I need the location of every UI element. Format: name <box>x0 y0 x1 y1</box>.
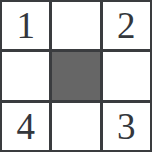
puzzle-grid: 1243 <box>0 0 152 152</box>
grid-cell-r1c1[interactable] <box>52 52 99 99</box>
grid-cell-r2c1[interactable] <box>52 103 99 150</box>
grid-cell-r0c1[interactable] <box>52 2 99 49</box>
grid-cell-r0c2[interactable]: 2 <box>103 2 150 49</box>
grid-cell-r2c2[interactable]: 3 <box>103 103 150 150</box>
grid-cell-r1c0[interactable] <box>2 52 49 99</box>
grid-cell-r2c0[interactable]: 4 <box>2 103 49 150</box>
grid-cell-r0c0[interactable]: 1 <box>2 2 49 49</box>
grid-cell-r1c2[interactable] <box>103 52 150 99</box>
